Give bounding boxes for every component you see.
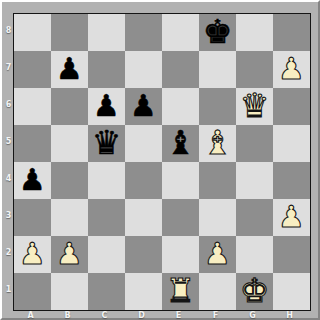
white-pawn-f2[interactable]: ♟ [204, 235, 231, 272]
white-pawn-b2[interactable]: ♟ [56, 235, 83, 272]
square-f3[interactable] [199, 199, 236, 236]
square-b7[interactable]: ♟ [51, 51, 88, 88]
file-label-g: G [234, 310, 271, 320]
square-g1[interactable]: ♚ [236, 273, 273, 310]
square-b4[interactable] [51, 162, 88, 199]
square-e3[interactable] [162, 199, 199, 236]
square-c7[interactable] [88, 51, 125, 88]
square-a7[interactable] [14, 51, 51, 88]
rank-label-1: 1 [4, 271, 13, 308]
black-pawn-c6[interactable]: ♟ [93, 87, 120, 124]
black-bishop-e5[interactable]: ♝ [166, 124, 196, 161]
file-label-c: C [86, 310, 123, 320]
white-bishop-f5[interactable]: ♝ [203, 124, 233, 161]
square-f6[interactable] [199, 88, 236, 125]
file-label-f: F [197, 310, 234, 320]
white-king-g1[interactable]: ♚ [240, 272, 270, 309]
black-pawn-b7[interactable]: ♟ [56, 50, 83, 87]
square-e1[interactable]: ♜ [162, 273, 199, 310]
square-a5[interactable] [14, 125, 51, 162]
black-king-f8[interactable]: ♚ [203, 13, 233, 50]
square-b6[interactable] [51, 88, 88, 125]
black-pawn-d6[interactable]: ♟ [130, 87, 157, 124]
white-rook-e1[interactable]: ♜ [166, 272, 196, 309]
square-h5[interactable] [273, 125, 310, 162]
square-h7[interactable]: ♟ [273, 51, 310, 88]
square-f8[interactable]: ♚ [199, 14, 236, 51]
square-e5[interactable]: ♝ [162, 125, 199, 162]
square-a3[interactable] [14, 199, 51, 236]
square-a1[interactable] [14, 273, 51, 310]
square-f5[interactable]: ♝ [199, 125, 236, 162]
square-e4[interactable] [162, 162, 199, 199]
black-pawn-a4[interactable]: ♟ [19, 161, 46, 198]
square-c6[interactable]: ♟ [88, 88, 125, 125]
white-pawn-a2[interactable]: ♟ [19, 235, 46, 272]
square-b2[interactable]: ♟ [51, 236, 88, 273]
rank-label-5: 5 [4, 123, 13, 160]
square-d2[interactable] [125, 236, 162, 273]
file-label-h: H [271, 310, 308, 320]
square-h3[interactable]: ♟ [273, 199, 310, 236]
square-a6[interactable] [14, 88, 51, 125]
square-c3[interactable] [88, 199, 125, 236]
square-g2[interactable] [236, 236, 273, 273]
square-e2[interactable] [162, 236, 199, 273]
square-b1[interactable] [51, 273, 88, 310]
square-f7[interactable] [199, 51, 236, 88]
square-g3[interactable] [236, 199, 273, 236]
square-c5[interactable]: ♛ [88, 125, 125, 162]
square-g5[interactable] [236, 125, 273, 162]
file-label-b: B [49, 310, 86, 320]
file-label-d: D [123, 310, 160, 320]
square-d4[interactable] [125, 162, 162, 199]
square-c1[interactable] [88, 273, 125, 310]
square-g7[interactable] [236, 51, 273, 88]
chess-board: ♚♟♟♟♟♛♛♝♝♟♟♟♟♟♜♚ [13, 13, 311, 311]
square-c8[interactable] [88, 14, 125, 51]
square-a2[interactable]: ♟ [14, 236, 51, 273]
rank-label-3: 3 [4, 197, 13, 234]
rank-label-4: 4 [4, 160, 13, 197]
square-d1[interactable] [125, 273, 162, 310]
square-h8[interactable] [273, 14, 310, 51]
square-g6[interactable]: ♛ [236, 88, 273, 125]
file-label-a: A [12, 310, 49, 320]
square-b3[interactable] [51, 199, 88, 236]
white-queen-g6[interactable]: ♛ [240, 87, 270, 124]
file-label-e: E [160, 310, 197, 320]
square-h1[interactable] [273, 273, 310, 310]
square-c2[interactable] [88, 236, 125, 273]
square-d7[interactable] [125, 51, 162, 88]
board-frame: ♚♟♟♟♟♛♛♝♝♟♟♟♟♟♜♚ 87654321ABCDEFGH [0, 0, 320, 320]
white-pawn-h3[interactable]: ♟ [278, 198, 305, 235]
square-e7[interactable] [162, 51, 199, 88]
square-d3[interactable] [125, 199, 162, 236]
square-c4[interactable] [88, 162, 125, 199]
square-d6[interactable]: ♟ [125, 88, 162, 125]
square-h4[interactable] [273, 162, 310, 199]
square-d5[interactable] [125, 125, 162, 162]
white-pawn-h7[interactable]: ♟ [278, 50, 305, 87]
square-h6[interactable] [273, 88, 310, 125]
square-d8[interactable] [125, 14, 162, 51]
square-b8[interactable] [51, 14, 88, 51]
square-h2[interactable] [273, 236, 310, 273]
square-e6[interactable] [162, 88, 199, 125]
square-f1[interactable] [199, 273, 236, 310]
square-f2[interactable]: ♟ [199, 236, 236, 273]
rank-label-2: 2 [4, 234, 13, 271]
black-queen-c5[interactable]: ♛ [92, 124, 122, 161]
square-f4[interactable] [199, 162, 236, 199]
square-e8[interactable] [162, 14, 199, 51]
rank-label-8: 8 [4, 12, 13, 49]
rank-label-6: 6 [4, 86, 13, 123]
square-a8[interactable] [14, 14, 51, 51]
square-g8[interactable] [236, 14, 273, 51]
rank-label-7: 7 [4, 49, 13, 86]
square-a4[interactable]: ♟ [14, 162, 51, 199]
square-g4[interactable] [236, 162, 273, 199]
square-b5[interactable] [51, 125, 88, 162]
